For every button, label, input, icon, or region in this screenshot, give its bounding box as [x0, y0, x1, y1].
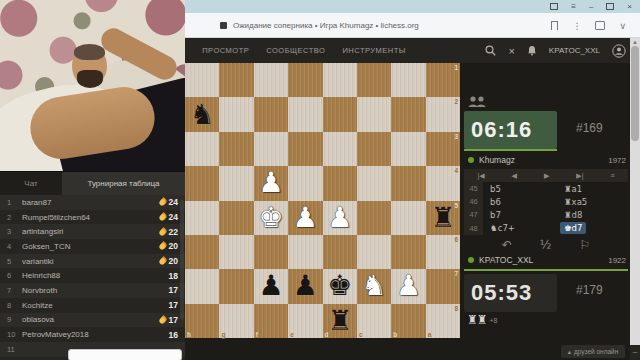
avatar-icon[interactable] [612, 44, 626, 58]
white-pawn[interactable]: ♟ [293, 204, 318, 232]
white-player-clock: 06:16 [464, 111, 557, 149]
minimize-icon[interactable]: – [589, 3, 593, 11]
player-rank: 10 [7, 330, 22, 339]
black-player-name[interactable]: KPATOC_XXL [479, 255, 608, 265]
player-rank: 5 [7, 257, 22, 266]
square-g4[interactable] [219, 166, 253, 200]
square-g1[interactable] [219, 63, 253, 97]
move-number: 45 [464, 182, 483, 195]
black-player-row[interactable]: KPATOC_XXL 1922 [464, 252, 628, 268]
file-label: h [187, 331, 191, 338]
player-rank: 11 [7, 345, 22, 354]
black-knight[interactable]: ♞ [190, 101, 215, 129]
sidebar-flag-icon[interactable] [595, 21, 605, 30]
square-g3[interactable] [219, 132, 253, 166]
standings-row[interactable]: 5variantiki20 [0, 254, 185, 269]
square-f4[interactable]: ♟ [254, 166, 288, 200]
online-dot [468, 157, 474, 163]
square-a1[interactable]: 1 [426, 63, 460, 97]
square-b6[interactable] [391, 235, 425, 269]
square-h8[interactable]: h [185, 304, 219, 338]
bell-icon[interactable] [527, 45, 537, 56]
friends-online-button[interactable]: ▴ друзей онлайн [561, 345, 625, 358]
friend-icon: ▴ [568, 348, 571, 356]
standings-row[interactable]: 9oblasova17 [0, 313, 185, 328]
square-c2[interactable] [357, 97, 391, 131]
square-e2[interactable] [288, 97, 322, 131]
black-rook[interactable]: ♜ [430, 204, 455, 232]
player-rank: 6 [7, 271, 22, 280]
game-side-panel: 06:16 #169 Khumagz 1972 |◀ ◀ ▶ ▶| ≡ 45b5… [464, 94, 628, 334]
player-rank: 2 [7, 213, 22, 222]
player-rank: 7 [7, 286, 22, 295]
square-h3[interactable] [185, 132, 219, 166]
standings-row[interactable]: 8Kochitze17 [0, 298, 185, 313]
scroll-down-icon[interactable]: – [630, 345, 640, 360]
next-move-button[interactable]: ▶ [544, 172, 549, 180]
square-d1[interactable] [323, 63, 357, 97]
black-move[interactable]: ♚d7 [557, 223, 628, 233]
player-score: 24 [169, 212, 178, 222]
player-name[interactable]: artintangsiri [22, 227, 160, 236]
white-clock-bar [464, 149, 557, 151]
white-knight[interactable]: ♞ [362, 272, 387, 300]
player-name[interactable]: Heinrich88 [22, 271, 169, 280]
black-rook[interactable]: ♜ [327, 307, 352, 335]
chess-board[interactable]: 1♞23♟4♚♟♟5♜6♟♟♚♞♟7hgfed♜cb8a [185, 63, 460, 338]
white-player-row[interactable]: Khumagz 1972 [464, 152, 628, 168]
player-name[interactable]: PetrovMatvey2018 [22, 330, 169, 339]
chat-input[interactable] [68, 349, 182, 360]
file-label: a [428, 331, 432, 338]
move-row: 48♞c7+♚d7 [464, 222, 628, 235]
online-dot [468, 257, 474, 263]
tab-chat[interactable]: Чат [0, 171, 62, 195]
square-a8[interactable]: 8a [426, 304, 460, 338]
black-game-number: #179 [576, 283, 603, 297]
player-score: 18 [169, 271, 178, 281]
rank-label: 8 [454, 305, 458, 312]
square-c4[interactable] [357, 166, 391, 200]
black-king[interactable]: ♚ [327, 272, 352, 300]
panel-scrollbar[interactable] [180, 200, 184, 320]
nav-item-community[interactable]: СООБЩЕСТВО [266, 46, 325, 55]
search-icon[interactable] [485, 45, 496, 56]
prev-move-button[interactable]: ◀ [512, 172, 517, 180]
black-move[interactable]: ♜d8 [557, 210, 628, 220]
square-f6[interactable] [254, 235, 288, 269]
square-a3[interactable]: 3 [426, 132, 460, 166]
black-player-rating: 1922 [608, 256, 628, 265]
nav-username[interactable]: KPATOC_XXL [549, 46, 600, 55]
move-number: 46 [464, 195, 483, 208]
square-b2[interactable] [391, 97, 425, 131]
square-b3[interactable] [391, 132, 425, 166]
square-g2[interactable] [219, 97, 253, 131]
tournament-panel: Чат Турнирная таблица 1baran87242Rumpel5… [0, 171, 185, 360]
player-rank: 4 [7, 242, 22, 251]
player-name[interactable]: Norvbroth [22, 286, 169, 295]
square-g8[interactable]: g [219, 304, 253, 338]
rank-label: 4 [454, 167, 458, 174]
square-e3[interactable] [288, 132, 322, 166]
more-dots-icon[interactable]: ⋮ [572, 21, 581, 31]
rank-label: 7 [454, 270, 458, 277]
black-pawn[interactable]: ♟ [293, 272, 318, 300]
standings-row[interactable]: 2Rumpel5tilzchen6424 [0, 210, 185, 225]
player-score: 24 [169, 197, 178, 207]
material-advantage: +8 [490, 317, 498, 324]
file-label: g [221, 331, 225, 338]
square-c3[interactable] [357, 132, 391, 166]
bookmark-icon[interactable] [551, 21, 558, 30]
tab-standings[interactable]: Турнирная таблица [62, 171, 185, 195]
rank-label: 3 [454, 133, 458, 140]
player-score: 17 [169, 285, 178, 295]
player-name[interactable]: oblasova [22, 315, 160, 324]
white-move[interactable]: b5 [483, 184, 557, 194]
square-c1[interactable] [357, 63, 391, 97]
white-move[interactable]: ♞c7+ [483, 223, 557, 233]
draw-offer-button[interactable]: ½ [540, 238, 552, 252]
black-clock-time: 05:53 [464, 280, 532, 306]
black-pawn[interactable]: ♟ [258, 272, 283, 300]
player-name[interactable]: Rumpel5tilzchen64 [22, 213, 160, 222]
square-b1[interactable] [391, 63, 425, 97]
square-b4[interactable] [391, 166, 425, 200]
square-a4[interactable]: 4 [426, 166, 460, 200]
move-list: 45b5♜a146b6♜xa547b7♜d848♞c7+♚d7 [464, 182, 628, 235]
square-e6[interactable] [288, 235, 322, 269]
player-score: 22 [169, 227, 178, 237]
square-c6[interactable] [357, 235, 391, 269]
square-e8[interactable]: e [288, 304, 322, 338]
square-g5[interactable] [219, 201, 253, 235]
player-rank: 3 [7, 227, 22, 236]
move-number: 48 [464, 222, 483, 235]
last-move-button[interactable]: ▶| [576, 172, 583, 180]
browser-menu-icon[interactable]: ≡ [571, 3, 576, 11]
square-h2[interactable]: ♞ [185, 97, 219, 131]
player-score: 20 [169, 241, 178, 251]
rank-label: 2 [454, 98, 458, 105]
square-d5[interactable]: ♟ [323, 201, 357, 235]
black-player-clock: 05:53 [464, 274, 557, 312]
restore-icon[interactable] [606, 3, 614, 10]
square-a7[interactable]: 7 [426, 269, 460, 303]
board-menu-icon[interactable]: ≡ [610, 172, 614, 179]
file-label: f [256, 331, 258, 338]
square-b8[interactable]: b [391, 304, 425, 338]
white-player-rating: 1972 [608, 156, 628, 165]
favicon [220, 22, 227, 29]
captured-rooks: ♜♜ [467, 313, 487, 327]
black-move[interactable]: ♜a1 [557, 184, 628, 194]
square-e7[interactable]: ♟ [288, 269, 322, 303]
standings-row[interactable]: 10PetrovMatvey201816 [0, 327, 185, 342]
square-c7[interactable]: ♞ [357, 269, 391, 303]
nav-item-tools[interactable]: ИНСТРУМЕНТЫ [342, 46, 406, 55]
square-d3[interactable] [323, 132, 357, 166]
square-e1[interactable] [288, 63, 322, 97]
player-score: 17 [169, 300, 178, 310]
player-name[interactable]: variantiki [22, 257, 160, 266]
window-tab-icon[interactable] [550, 3, 558, 10]
square-f8[interactable]: f [254, 304, 288, 338]
file-label: c [359, 331, 363, 338]
move-row: 45b5♜a1 [464, 182, 628, 195]
takeback-button[interactable]: ↶ [502, 238, 512, 252]
browser-scrollbar[interactable]: ▲ [630, 38, 640, 345]
friends-online-label: друзей онлайн [574, 348, 618, 355]
square-a6[interactable]: 6 [426, 235, 460, 269]
square-a2[interactable]: 2 [426, 97, 460, 131]
white-pawn[interactable]: ♟ [396, 272, 421, 300]
square-d8[interactable]: d♜ [323, 304, 357, 338]
square-f3[interactable] [254, 132, 288, 166]
webcam-overlay [0, 0, 185, 172]
close-icon[interactable]: × [627, 3, 632, 11]
player-score: 17 [169, 315, 178, 325]
white-move[interactable]: b6 [483, 197, 557, 207]
move-row: 47b7♜d8 [464, 208, 628, 221]
captured-pieces: ♜♜ +8 [467, 313, 498, 327]
square-b7[interactable]: ♟ [391, 269, 425, 303]
square-a5[interactable]: 5♜ [426, 201, 460, 235]
page-title: Ожидание соперника • Игра Khumagz • lich… [233, 13, 419, 38]
square-f5[interactable]: ♚ [254, 201, 288, 235]
square-b5[interactable] [391, 201, 425, 235]
rank-label: 6 [454, 236, 458, 243]
square-c8[interactable]: c [357, 304, 391, 338]
file-label: b [393, 331, 397, 338]
first-move-button[interactable]: |◀ [477, 172, 484, 180]
square-h4[interactable] [185, 166, 219, 200]
white-pawn[interactable]: ♟ [258, 169, 283, 197]
player-score: 16 [169, 330, 178, 340]
rank-label: 5 [454, 202, 458, 209]
standings-row[interactable]: 4Goksen_TCN20 [0, 239, 185, 254]
player-name[interactable]: Kochitze [22, 301, 169, 310]
square-e5[interactable]: ♟ [288, 201, 322, 235]
spectators-icon [468, 96, 487, 108]
square-f2[interactable] [254, 97, 288, 131]
player-name[interactable]: Goksen_TCN [22, 242, 160, 251]
black-move[interactable]: ♜xa5 [557, 197, 628, 207]
white-clock-time: 06:16 [464, 117, 532, 143]
move-navigation: |◀ ◀ ▶ ▶| ≡ [464, 169, 628, 182]
square-f1[interactable] [254, 63, 288, 97]
square-f7[interactable]: ♟ [254, 269, 288, 303]
nav-item-watch[interactable]: ПРОСМОТР [202, 46, 249, 55]
white-king[interactable]: ♚ [258, 204, 283, 232]
standings-row[interactable]: 6Heinrich8818 [0, 268, 185, 283]
player-score: 20 [169, 256, 178, 266]
square-d2[interactable] [323, 97, 357, 131]
black-player-bar [464, 269, 628, 271]
square-g7[interactable] [219, 269, 253, 303]
standings-row[interactable]: 7Norvbroth17 [0, 283, 185, 298]
standings-row[interactable]: 1baran8724 [0, 195, 185, 210]
move-row: 46b6♜xa5 [464, 195, 628, 208]
square-g6[interactable] [219, 235, 253, 269]
move-number: 47 [464, 208, 483, 221]
resign-button[interactable]: ⚐ [579, 238, 590, 252]
person-hair [74, 44, 105, 60]
scrollbar-thumb[interactable] [631, 46, 639, 141]
person-beard [77, 70, 103, 88]
white-move[interactable]: b7 [483, 210, 557, 220]
player-rank: 1 [7, 198, 22, 207]
player-name[interactable]: baran87 [22, 198, 160, 207]
white-player-name[interactable]: Khumagz [479, 155, 608, 165]
square-d7[interactable]: ♚ [323, 269, 357, 303]
square-h5[interactable] [185, 201, 219, 235]
player-rank: 8 [7, 301, 22, 310]
square-h6[interactable] [185, 235, 219, 269]
chevron-down-icon[interactable]: ∨ [619, 21, 626, 31]
file-label: d [325, 331, 329, 338]
square-d4[interactable] [323, 166, 357, 200]
challenges-icon[interactable]: × [508, 46, 514, 56]
white-pawn[interactable]: ♟ [327, 204, 352, 232]
square-c5[interactable] [357, 201, 391, 235]
square-h7[interactable] [185, 269, 219, 303]
rank-label: 1 [454, 64, 458, 71]
standings-list: 1baran87242Rumpel5tilzchen64243artintang… [0, 195, 185, 357]
square-h1[interactable] [185, 63, 219, 97]
file-label: e [290, 331, 294, 338]
player-rank: 9 [7, 315, 22, 324]
white-game-number: #169 [576, 121, 603, 135]
standings-row[interactable]: 3artintangsiri22 [0, 224, 185, 239]
square-e4[interactable] [288, 166, 322, 200]
square-d6[interactable] [323, 235, 357, 269]
